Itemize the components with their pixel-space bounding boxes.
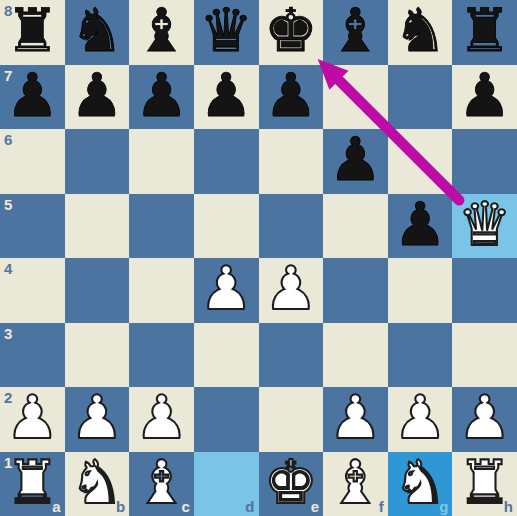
square-g4[interactable] [388, 258, 453, 323]
square-g8[interactable]: ♞ [388, 0, 453, 65]
square-b6[interactable] [65, 129, 130, 194]
square-d5[interactable] [194, 194, 259, 259]
square-a6[interactable]: 6 [0, 129, 65, 194]
square-e3[interactable] [259, 323, 324, 388]
white-pawn[interactable]: ♟ [393, 387, 447, 449]
square-h3[interactable] [452, 323, 517, 388]
square-e1[interactable]: e♚ [259, 452, 324, 516]
black-queen[interactable]: ♛ [199, 0, 253, 62]
file-label-d: d [245, 499, 254, 514]
square-a3[interactable]: 3 [0, 323, 65, 388]
black-king[interactable]: ♚ [264, 0, 318, 62]
white-pawn[interactable]: ♟ [329, 387, 383, 449]
square-b2[interactable]: ♟ [65, 387, 130, 452]
rank-label-3: 3 [4, 326, 12, 341]
black-knight[interactable]: ♞ [393, 0, 447, 62]
square-d4[interactable]: ♟ [194, 258, 259, 323]
square-f8[interactable]: ♝ [323, 0, 388, 65]
square-f1[interactable]: f♝ [323, 452, 388, 516]
square-c2[interactable]: ♟ [129, 387, 194, 452]
white-pawn[interactable]: ♟ [5, 387, 59, 449]
square-f4[interactable] [323, 258, 388, 323]
white-rook[interactable]: ♜ [5, 452, 59, 514]
square-f6[interactable]: ♟ [323, 129, 388, 194]
white-pawn[interactable]: ♟ [135, 387, 189, 449]
white-pawn[interactable]: ♟ [458, 387, 512, 449]
square-a4[interactable]: 4 [0, 258, 65, 323]
white-knight[interactable]: ♞ [393, 452, 447, 514]
square-e2[interactable] [259, 387, 324, 452]
square-b7[interactable]: ♟ [65, 65, 130, 130]
square-a2[interactable]: 2♟ [0, 387, 65, 452]
square-g7[interactable] [388, 65, 453, 130]
square-a7[interactable]: 7♟ [0, 65, 65, 130]
white-queen[interactable]: ♛ [458, 194, 512, 256]
square-e7[interactable]: ♟ [259, 65, 324, 130]
black-bishop[interactable]: ♝ [135, 0, 189, 62]
square-h6[interactable] [452, 129, 517, 194]
square-e6[interactable] [259, 129, 324, 194]
square-a1[interactable]: 1a♜ [0, 452, 65, 516]
square-c6[interactable] [129, 129, 194, 194]
square-h7[interactable]: ♟ [452, 65, 517, 130]
rank-label-6: 6 [4, 132, 12, 147]
square-h4[interactable] [452, 258, 517, 323]
square-d1[interactable]: d [194, 452, 259, 516]
black-pawn[interactable]: ♟ [458, 65, 512, 127]
square-f2[interactable]: ♟ [323, 387, 388, 452]
black-pawn[interactable]: ♟ [264, 65, 318, 127]
black-rook[interactable]: ♜ [458, 0, 512, 62]
square-a8[interactable]: 8♜ [0, 0, 65, 65]
square-g5[interactable]: ♟ [388, 194, 453, 259]
white-bishop[interactable]: ♝ [135, 452, 189, 514]
white-pawn[interactable]: ♟ [199, 258, 253, 320]
square-e8[interactable]: ♚ [259, 0, 324, 65]
square-c3[interactable] [129, 323, 194, 388]
square-b5[interactable] [65, 194, 130, 259]
white-king[interactable]: ♚ [264, 452, 318, 514]
white-pawn[interactable]: ♟ [264, 258, 318, 320]
square-b4[interactable] [65, 258, 130, 323]
black-pawn[interactable]: ♟ [5, 65, 59, 127]
white-knight[interactable]: ♞ [70, 452, 124, 514]
square-e5[interactable] [259, 194, 324, 259]
square-h8[interactable]: ♜ [452, 0, 517, 65]
square-h2[interactable]: ♟ [452, 387, 517, 452]
white-bishop[interactable]: ♝ [329, 452, 383, 514]
square-g3[interactable] [388, 323, 453, 388]
square-b8[interactable]: ♞ [65, 0, 130, 65]
square-f7[interactable] [323, 65, 388, 130]
black-pawn[interactable]: ♟ [199, 65, 253, 127]
chess-board: 8♜♞♝♛♚♝♞♜7♟♟♟♟♟♟6♟5♟♛4♟♟32♟♟♟♟♟♟1a♜b♞c♝d… [0, 0, 517, 516]
square-f5[interactable] [323, 194, 388, 259]
rank-label-4: 4 [4, 261, 12, 276]
black-bishop[interactable]: ♝ [329, 0, 383, 62]
square-a5[interactable]: 5 [0, 194, 65, 259]
rank-label-5: 5 [4, 197, 12, 212]
square-c5[interactable] [129, 194, 194, 259]
square-c4[interactable] [129, 258, 194, 323]
square-d7[interactable]: ♟ [194, 65, 259, 130]
black-pawn[interactable]: ♟ [135, 65, 189, 127]
square-d6[interactable] [194, 129, 259, 194]
square-g6[interactable] [388, 129, 453, 194]
square-f3[interactable] [323, 323, 388, 388]
chess-board-wrapper: 8♜♞♝♛♚♝♞♜7♟♟♟♟♟♟6♟5♟♛4♟♟32♟♟♟♟♟♟1a♜b♞c♝d… [0, 0, 517, 516]
black-pawn[interactable]: ♟ [329, 129, 383, 191]
square-d2[interactable] [194, 387, 259, 452]
black-pawn[interactable]: ♟ [393, 194, 447, 256]
black-rook[interactable]: ♜ [5, 0, 59, 62]
square-h5[interactable]: ♛ [452, 194, 517, 259]
black-pawn[interactable]: ♟ [70, 65, 124, 127]
square-d3[interactable] [194, 323, 259, 388]
white-rook[interactable]: ♜ [458, 452, 512, 514]
square-b3[interactable] [65, 323, 130, 388]
white-pawn[interactable]: ♟ [70, 387, 124, 449]
square-g2[interactable]: ♟ [388, 387, 453, 452]
square-d8[interactable]: ♛ [194, 0, 259, 65]
square-b1[interactable]: b♞ [65, 452, 130, 516]
square-c1[interactable]: c♝ [129, 452, 194, 516]
square-c8[interactable]: ♝ [129, 0, 194, 65]
square-c7[interactable]: ♟ [129, 65, 194, 130]
square-g1[interactable]: g♞ [388, 452, 453, 516]
black-knight[interactable]: ♞ [70, 0, 124, 62]
square-e4[interactable]: ♟ [259, 258, 324, 323]
square-h1[interactable]: h♜ [452, 452, 517, 516]
